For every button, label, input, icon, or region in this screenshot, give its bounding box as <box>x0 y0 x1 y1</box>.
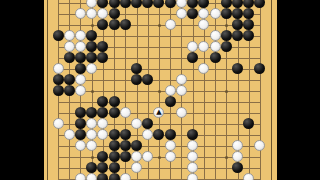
white-stone <box>86 118 97 129</box>
black-stone <box>187 0 198 8</box>
white-stone <box>75 85 86 96</box>
black-stone <box>243 8 254 19</box>
star-point <box>225 24 228 27</box>
white-stone <box>142 151 153 162</box>
black-stone <box>187 129 198 140</box>
white-stone <box>75 173 86 180</box>
white-stone <box>142 129 153 140</box>
white-stone <box>64 41 75 52</box>
black-stone <box>131 0 142 8</box>
star-point <box>158 90 161 93</box>
black-stone <box>243 30 254 41</box>
white-stone <box>187 162 198 173</box>
white-stone <box>165 151 176 162</box>
white-stone <box>243 173 254 180</box>
white-stone <box>86 173 97 180</box>
white-stone <box>232 140 243 151</box>
black-stone <box>75 63 86 74</box>
white-stone <box>165 140 176 151</box>
black-stone <box>53 74 64 85</box>
black-stone <box>97 162 108 173</box>
white-stone <box>187 151 198 162</box>
white-stone <box>75 74 86 85</box>
star-point <box>91 24 94 27</box>
black-stone <box>75 52 86 63</box>
black-stone <box>254 63 265 74</box>
black-stone <box>198 0 209 8</box>
white-stone <box>75 8 86 19</box>
black-stone <box>131 140 142 151</box>
white-stone <box>64 30 75 41</box>
black-stone <box>86 52 97 63</box>
black-stone <box>53 30 64 41</box>
star-point <box>225 156 228 159</box>
black-stone <box>232 19 243 30</box>
white-stone <box>53 118 64 129</box>
black-stone <box>86 107 97 118</box>
white-stone <box>210 8 221 19</box>
black-stone <box>165 0 176 8</box>
black-stone <box>120 151 131 162</box>
black-stone <box>131 74 142 85</box>
white-stone <box>198 41 209 52</box>
white-stone <box>176 0 187 8</box>
star-point <box>225 90 228 93</box>
white-stone <box>97 118 108 129</box>
white-stone <box>131 151 142 162</box>
white-stone <box>53 63 64 74</box>
white-stone <box>187 41 198 52</box>
black-stone <box>109 19 120 30</box>
star-point <box>158 24 161 27</box>
black-stone <box>97 52 108 63</box>
black-stone <box>142 118 153 129</box>
black-stone <box>232 30 243 41</box>
white-stone: ▲ <box>153 107 164 118</box>
white-stone <box>75 41 86 52</box>
video-frame: ▲ <box>0 0 320 180</box>
black-stone <box>221 0 232 8</box>
white-stone <box>97 8 108 19</box>
black-stone <box>97 173 108 180</box>
black-stone <box>210 52 221 63</box>
white-stone <box>176 85 187 96</box>
black-stone <box>153 0 164 8</box>
letterbox-right <box>277 0 320 180</box>
black-stone <box>86 30 97 41</box>
go-board[interactable]: ▲ <box>44 0 277 180</box>
black-stone <box>109 151 120 162</box>
black-stone <box>75 118 86 129</box>
white-stone <box>187 173 198 180</box>
black-stone <box>109 129 120 140</box>
letterbox-left <box>0 0 44 180</box>
white-stone <box>187 140 198 151</box>
black-stone <box>165 129 176 140</box>
black-stone <box>86 162 97 173</box>
board-edge-line <box>271 0 272 180</box>
white-stone <box>64 129 75 140</box>
black-stone <box>131 63 142 74</box>
black-stone <box>221 30 232 41</box>
black-stone <box>97 19 108 30</box>
black-stone <box>142 0 153 8</box>
black-stone <box>142 74 153 85</box>
white-stone <box>210 41 221 52</box>
star-point <box>158 156 161 159</box>
black-stone <box>232 162 243 173</box>
white-stone <box>120 107 131 118</box>
black-stone <box>120 0 131 8</box>
white-stone <box>176 74 187 85</box>
white-stone <box>198 19 209 30</box>
black-stone <box>97 151 108 162</box>
black-stone <box>232 0 243 8</box>
white-stone <box>86 63 97 74</box>
white-stone <box>254 140 265 151</box>
black-stone <box>120 140 131 151</box>
white-stone <box>75 140 86 151</box>
white-stone <box>86 8 97 19</box>
grid-line-horizontal <box>58 80 260 81</box>
grid-line-vertical <box>260 0 261 180</box>
white-stone <box>165 19 176 30</box>
black-stone <box>221 8 232 19</box>
white-stone <box>86 140 97 151</box>
black-stone <box>254 0 265 8</box>
white-stone <box>198 63 209 74</box>
black-stone <box>97 107 108 118</box>
black-stone <box>221 41 232 52</box>
black-stone <box>64 74 75 85</box>
black-stone <box>97 41 108 52</box>
black-stone <box>232 63 243 74</box>
board-edge-line <box>47 0 48 180</box>
black-stone <box>153 129 164 140</box>
black-stone <box>109 162 120 173</box>
black-stone <box>187 8 198 19</box>
black-stone <box>243 118 254 129</box>
star-point <box>91 156 94 159</box>
black-stone <box>120 19 131 30</box>
white-stone <box>86 129 97 140</box>
white-stone <box>198 8 209 19</box>
last-move-marker: ▲ <box>156 109 161 116</box>
white-stone <box>86 0 97 8</box>
black-stone <box>243 0 254 8</box>
grid-line-horizontal <box>58 102 260 103</box>
white-stone <box>120 173 131 180</box>
black-stone <box>109 107 120 118</box>
black-stone <box>109 0 120 8</box>
black-stone <box>53 85 64 96</box>
black-stone <box>187 52 198 63</box>
white-stone <box>165 85 176 96</box>
white-stone <box>232 151 243 162</box>
black-stone <box>109 173 120 180</box>
black-stone <box>75 107 86 118</box>
star-point <box>91 90 94 93</box>
black-stone <box>232 8 243 19</box>
black-stone <box>64 85 75 96</box>
black-stone <box>109 96 120 107</box>
black-stone <box>165 96 176 107</box>
white-stone <box>97 129 108 140</box>
black-stone <box>75 129 86 140</box>
white-stone <box>176 8 187 19</box>
black-stone <box>64 52 75 63</box>
white-stone <box>176 107 187 118</box>
white-stone <box>210 30 221 41</box>
black-stone <box>97 0 108 8</box>
white-stone <box>75 30 86 41</box>
white-stone <box>131 118 142 129</box>
black-stone <box>86 41 97 52</box>
black-stone <box>120 129 131 140</box>
black-stone <box>243 19 254 30</box>
black-stone <box>109 8 120 19</box>
black-stone <box>97 96 108 107</box>
white-stone <box>131 162 142 173</box>
black-stone <box>109 140 120 151</box>
